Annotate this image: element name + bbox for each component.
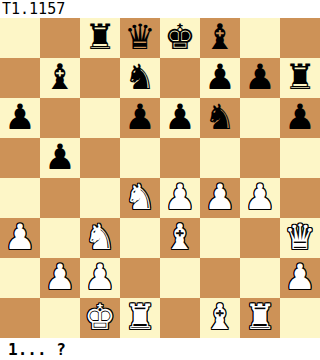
white-pawn[interactable]: ♟ [4, 218, 35, 257]
white-bishop[interactable]: ♝ [204, 298, 235, 337]
square-e4[interactable]: ♟ [160, 178, 200, 218]
square-h2[interactable]: ♟ [280, 258, 320, 298]
black-rook[interactable]: ♜ [84, 18, 115, 57]
square-b6[interactable] [40, 98, 80, 138]
black-knight[interactable]: ♞ [204, 98, 235, 137]
white-king[interactable]: ♚ [84, 298, 115, 337]
square-f1[interactable]: ♝ [200, 298, 240, 338]
square-f3[interactable] [200, 218, 240, 258]
black-pawn[interactable]: ♟ [124, 98, 155, 137]
square-b7[interactable]: ♝ [40, 58, 80, 98]
square-a2[interactable] [0, 258, 40, 298]
square-h8[interactable] [280, 18, 320, 58]
square-e8[interactable]: ♚ [160, 18, 200, 58]
white-pawn[interactable]: ♟ [284, 258, 315, 297]
white-pawn[interactable]: ♟ [244, 178, 275, 217]
white-pawn[interactable]: ♟ [204, 178, 235, 217]
square-h4[interactable] [280, 178, 320, 218]
black-bishop[interactable]: ♝ [44, 58, 75, 97]
white-bishop[interactable]: ♝ [164, 218, 195, 257]
black-pawn[interactable]: ♟ [44, 138, 75, 177]
square-c3[interactable]: ♞ [80, 218, 120, 258]
square-a1[interactable] [0, 298, 40, 338]
title-bar: T1.1157 [0, 0, 320, 18]
square-c2[interactable]: ♟ [80, 258, 120, 298]
square-e3[interactable]: ♝ [160, 218, 200, 258]
square-a7[interactable] [0, 58, 40, 98]
square-d4[interactable]: ♞ [120, 178, 160, 218]
white-rook[interactable]: ♜ [244, 298, 275, 337]
black-pawn[interactable]: ♟ [4, 98, 35, 137]
square-e1[interactable] [160, 298, 200, 338]
black-knight[interactable]: ♞ [124, 58, 155, 97]
chess-app-window: T1.1157 ♜♛♚♝♝♞♟♟♜♟♟♟♞♟♟♞♟♟♟♟♞♝♛♟♟♟♚♜♝♜ 1… [0, 0, 320, 360]
white-knight[interactable]: ♞ [124, 178, 155, 217]
square-b2[interactable]: ♟ [40, 258, 80, 298]
black-pawn[interactable]: ♟ [164, 98, 195, 137]
square-g4[interactable]: ♟ [240, 178, 280, 218]
square-a8[interactable] [0, 18, 40, 58]
square-f7[interactable]: ♟ [200, 58, 240, 98]
square-f5[interactable] [200, 138, 240, 178]
square-e6[interactable]: ♟ [160, 98, 200, 138]
square-g5[interactable] [240, 138, 280, 178]
square-h1[interactable] [280, 298, 320, 338]
chess-board: ♜♛♚♝♝♞♟♟♜♟♟♟♞♟♟♞♟♟♟♟♞♝♛♟♟♟♚♜♝♜ [0, 18, 320, 338]
square-c1[interactable]: ♚ [80, 298, 120, 338]
square-e2[interactable] [160, 258, 200, 298]
square-f8[interactable]: ♝ [200, 18, 240, 58]
white-pawn[interactable]: ♟ [84, 258, 115, 297]
move-prompt-label: 1... ? [8, 340, 66, 359]
square-g2[interactable] [240, 258, 280, 298]
square-c6[interactable] [80, 98, 120, 138]
square-d3[interactable] [120, 218, 160, 258]
black-pawn[interactable]: ♟ [284, 98, 315, 137]
square-b3[interactable] [40, 218, 80, 258]
status-bar: 1... ? [0, 338, 320, 360]
square-a3[interactable]: ♟ [0, 218, 40, 258]
square-d1[interactable]: ♜ [120, 298, 160, 338]
square-c7[interactable] [80, 58, 120, 98]
white-knight[interactable]: ♞ [84, 218, 115, 257]
square-f4[interactable]: ♟ [200, 178, 240, 218]
square-e7[interactable] [160, 58, 200, 98]
square-g3[interactable] [240, 218, 280, 258]
square-a4[interactable] [0, 178, 40, 218]
square-d5[interactable] [120, 138, 160, 178]
white-rook[interactable]: ♜ [124, 298, 155, 337]
black-rook[interactable]: ♜ [284, 58, 315, 97]
square-g1[interactable]: ♜ [240, 298, 280, 338]
square-h5[interactable] [280, 138, 320, 178]
square-e5[interactable] [160, 138, 200, 178]
black-king[interactable]: ♚ [164, 18, 195, 57]
square-g6[interactable] [240, 98, 280, 138]
square-d6[interactable]: ♟ [120, 98, 160, 138]
square-b4[interactable] [40, 178, 80, 218]
square-b5[interactable]: ♟ [40, 138, 80, 178]
square-d8[interactable]: ♛ [120, 18, 160, 58]
square-c5[interactable] [80, 138, 120, 178]
square-f2[interactable] [200, 258, 240, 298]
white-queen[interactable]: ♛ [284, 218, 315, 257]
white-pawn[interactable]: ♟ [164, 178, 195, 217]
black-pawn[interactable]: ♟ [204, 58, 235, 97]
square-d7[interactable]: ♞ [120, 58, 160, 98]
white-pawn[interactable]: ♟ [44, 258, 75, 297]
square-h6[interactable]: ♟ [280, 98, 320, 138]
square-g7[interactable]: ♟ [240, 58, 280, 98]
black-queen[interactable]: ♛ [124, 18, 155, 57]
square-c4[interactable] [80, 178, 120, 218]
black-bishop[interactable]: ♝ [204, 18, 235, 57]
square-a6[interactable]: ♟ [0, 98, 40, 138]
square-a5[interactable] [0, 138, 40, 178]
square-d2[interactable] [120, 258, 160, 298]
square-b8[interactable] [40, 18, 80, 58]
square-g8[interactable] [240, 18, 280, 58]
square-h3[interactable]: ♛ [280, 218, 320, 258]
square-f6[interactable]: ♞ [200, 98, 240, 138]
square-c8[interactable]: ♜ [80, 18, 120, 58]
puzzle-id-label: T1.1157 [2, 0, 65, 18]
square-b1[interactable] [40, 298, 80, 338]
square-h7[interactable]: ♜ [280, 58, 320, 98]
black-pawn[interactable]: ♟ [244, 58, 275, 97]
